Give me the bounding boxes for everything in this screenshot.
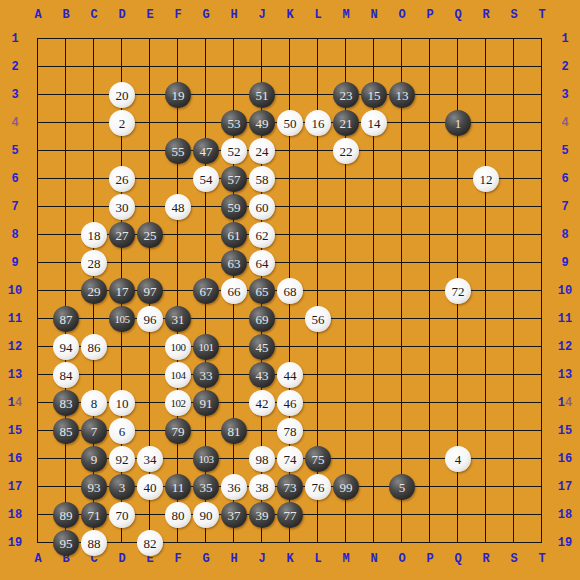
stone-black-93[interactable]: 93 bbox=[81, 474, 107, 500]
intersection-K14[interactable]: 46 bbox=[276, 389, 304, 417]
stone-black-11[interactable]: 11 bbox=[165, 474, 191, 500]
intersection-T17[interactable] bbox=[528, 473, 556, 501]
intersection-F5[interactable]: 55 bbox=[164, 137, 192, 165]
intersection-M7[interactable] bbox=[332, 193, 360, 221]
intersection-A8[interactable] bbox=[24, 221, 52, 249]
intersection-N13[interactable] bbox=[360, 361, 388, 389]
intersection-R13[interactable] bbox=[472, 361, 500, 389]
intersection-J14[interactable]: 42 bbox=[248, 389, 276, 417]
intersection-A10[interactable] bbox=[24, 277, 52, 305]
intersection-K8[interactable] bbox=[276, 221, 304, 249]
intersection-O14[interactable] bbox=[388, 389, 416, 417]
stone-black-27[interactable]: 27 bbox=[109, 222, 135, 248]
intersection-S10[interactable] bbox=[500, 277, 528, 305]
intersection-C8[interactable]: 18 bbox=[80, 221, 108, 249]
intersection-T10[interactable] bbox=[528, 277, 556, 305]
stone-black-67[interactable]: 67 bbox=[193, 278, 219, 304]
stone-black-43[interactable]: 43 bbox=[249, 362, 275, 388]
intersection-P4[interactable] bbox=[416, 109, 444, 137]
intersection-F18[interactable]: 80 bbox=[164, 501, 192, 529]
intersection-G7[interactable] bbox=[192, 193, 220, 221]
intersection-K11[interactable] bbox=[276, 305, 304, 333]
intersection-M4[interactable]: 21 bbox=[332, 109, 360, 137]
intersection-A3[interactable] bbox=[24, 81, 52, 109]
intersection-D12[interactable] bbox=[108, 333, 136, 361]
stone-black-79[interactable]: 79 bbox=[165, 418, 191, 444]
stone-white-98[interactable]: 98 bbox=[249, 446, 275, 472]
stone-black-13[interactable]: 13 bbox=[389, 82, 415, 108]
intersection-R1[interactable] bbox=[472, 25, 500, 53]
stone-black-77[interactable]: 77 bbox=[277, 502, 303, 528]
intersection-E1[interactable] bbox=[136, 25, 164, 53]
stone-black-31[interactable]: 31 bbox=[165, 306, 191, 332]
intersection-G13[interactable]: 33 bbox=[192, 361, 220, 389]
intersection-N7[interactable] bbox=[360, 193, 388, 221]
intersection-G6[interactable]: 54 bbox=[192, 165, 220, 193]
intersection-L5[interactable] bbox=[304, 137, 332, 165]
intersection-G5[interactable]: 47 bbox=[192, 137, 220, 165]
intersection-Q15[interactable] bbox=[444, 417, 472, 445]
intersection-E11[interactable]: 96 bbox=[136, 305, 164, 333]
stone-black-63[interactable]: 63 bbox=[221, 250, 247, 276]
intersection-R18[interactable] bbox=[472, 501, 500, 529]
intersection-M18[interactable] bbox=[332, 501, 360, 529]
intersection-G12[interactable]: 101 bbox=[192, 333, 220, 361]
intersection-P15[interactable] bbox=[416, 417, 444, 445]
intersection-O12[interactable] bbox=[388, 333, 416, 361]
intersection-T6[interactable] bbox=[528, 165, 556, 193]
stone-black-51[interactable]: 51 bbox=[249, 82, 275, 108]
intersection-N14[interactable] bbox=[360, 389, 388, 417]
intersection-R4[interactable] bbox=[472, 109, 500, 137]
intersection-N9[interactable] bbox=[360, 249, 388, 277]
stone-white-22[interactable]: 22 bbox=[333, 138, 359, 164]
intersection-K7[interactable] bbox=[276, 193, 304, 221]
stone-white-96[interactable]: 96 bbox=[137, 306, 163, 332]
intersection-E19[interactable]: 82 bbox=[136, 529, 164, 557]
stone-white-2[interactable]: 2 bbox=[109, 110, 135, 136]
intersection-B6[interactable] bbox=[52, 165, 80, 193]
intersection-G15[interactable] bbox=[192, 417, 220, 445]
stone-white-10[interactable]: 10 bbox=[109, 390, 135, 416]
stone-white-40[interactable]: 40 bbox=[137, 474, 163, 500]
intersection-J4[interactable]: 49 bbox=[248, 109, 276, 137]
intersection-D5[interactable] bbox=[108, 137, 136, 165]
stone-white-42[interactable]: 42 bbox=[249, 390, 275, 416]
intersection-L9[interactable] bbox=[304, 249, 332, 277]
intersection-E2[interactable] bbox=[136, 53, 164, 81]
intersection-E18[interactable] bbox=[136, 501, 164, 529]
intersection-H2[interactable] bbox=[220, 53, 248, 81]
stone-white-20[interactable]: 20 bbox=[109, 82, 135, 108]
intersection-K18[interactable]: 77 bbox=[276, 501, 304, 529]
intersection-T5[interactable] bbox=[528, 137, 556, 165]
intersection-T11[interactable] bbox=[528, 305, 556, 333]
intersection-M6[interactable] bbox=[332, 165, 360, 193]
intersection-O17[interactable]: 5 bbox=[388, 473, 416, 501]
stone-white-88[interactable]: 88 bbox=[81, 530, 107, 556]
intersection-D2[interactable] bbox=[108, 53, 136, 81]
stone-white-16[interactable]: 16 bbox=[305, 110, 331, 136]
intersection-Q9[interactable] bbox=[444, 249, 472, 277]
stone-white-34[interactable]: 34 bbox=[137, 446, 163, 472]
intersection-J11[interactable]: 69 bbox=[248, 305, 276, 333]
stone-black-9[interactable]: 9 bbox=[81, 446, 107, 472]
intersection-H15[interactable]: 81 bbox=[220, 417, 248, 445]
intersection-M16[interactable] bbox=[332, 445, 360, 473]
stone-black-33[interactable]: 33 bbox=[193, 362, 219, 388]
intersection-T2[interactable] bbox=[528, 53, 556, 81]
intersection-F8[interactable] bbox=[164, 221, 192, 249]
intersection-S12[interactable] bbox=[500, 333, 528, 361]
intersection-P8[interactable] bbox=[416, 221, 444, 249]
intersection-E9[interactable] bbox=[136, 249, 164, 277]
intersection-A5[interactable] bbox=[24, 137, 52, 165]
stone-white-74[interactable]: 74 bbox=[277, 446, 303, 472]
intersection-F6[interactable] bbox=[164, 165, 192, 193]
intersection-C10[interactable]: 29 bbox=[80, 277, 108, 305]
intersection-N15[interactable] bbox=[360, 417, 388, 445]
intersection-R17[interactable] bbox=[472, 473, 500, 501]
intersection-A13[interactable] bbox=[24, 361, 52, 389]
stone-black-105[interactable]: 105 bbox=[109, 306, 135, 332]
intersection-A18[interactable] bbox=[24, 501, 52, 529]
intersection-T13[interactable] bbox=[528, 361, 556, 389]
intersection-P7[interactable] bbox=[416, 193, 444, 221]
intersection-N8[interactable] bbox=[360, 221, 388, 249]
intersection-M3[interactable]: 23 bbox=[332, 81, 360, 109]
intersection-C14[interactable]: 8 bbox=[80, 389, 108, 417]
intersection-E16[interactable]: 34 bbox=[136, 445, 164, 473]
intersection-Q4[interactable]: 1 bbox=[444, 109, 472, 137]
intersection-G16[interactable]: 103 bbox=[192, 445, 220, 473]
intersection-C16[interactable]: 9 bbox=[80, 445, 108, 473]
intersection-K2[interactable] bbox=[276, 53, 304, 81]
intersection-J17[interactable]: 38 bbox=[248, 473, 276, 501]
intersection-T14[interactable] bbox=[528, 389, 556, 417]
stone-black-1[interactable]: 1 bbox=[445, 110, 471, 136]
intersection-O18[interactable] bbox=[388, 501, 416, 529]
intersection-P13[interactable] bbox=[416, 361, 444, 389]
intersection-S7[interactable] bbox=[500, 193, 528, 221]
intersection-J13[interactable]: 43 bbox=[248, 361, 276, 389]
intersection-B7[interactable] bbox=[52, 193, 80, 221]
intersection-K10[interactable]: 68 bbox=[276, 277, 304, 305]
intersection-D10[interactable]: 17 bbox=[108, 277, 136, 305]
stone-white-102[interactable]: 102 bbox=[165, 390, 191, 416]
intersection-Q12[interactable] bbox=[444, 333, 472, 361]
stone-white-12[interactable]: 12 bbox=[473, 166, 499, 192]
intersection-P3[interactable] bbox=[416, 81, 444, 109]
intersection-R10[interactable] bbox=[472, 277, 500, 305]
intersection-H13[interactable] bbox=[220, 361, 248, 389]
intersection-G2[interactable] bbox=[192, 53, 220, 81]
intersection-K13[interactable]: 44 bbox=[276, 361, 304, 389]
intersection-F4[interactable] bbox=[164, 109, 192, 137]
intersection-F10[interactable] bbox=[164, 277, 192, 305]
intersection-T1[interactable] bbox=[528, 25, 556, 53]
intersection-S2[interactable] bbox=[500, 53, 528, 81]
stone-black-101[interactable]: 101 bbox=[193, 334, 219, 360]
intersection-M14[interactable] bbox=[332, 389, 360, 417]
intersection-M15[interactable] bbox=[332, 417, 360, 445]
intersection-N6[interactable] bbox=[360, 165, 388, 193]
intersection-L17[interactable]: 76 bbox=[304, 473, 332, 501]
intersection-P10[interactable] bbox=[416, 277, 444, 305]
intersection-L1[interactable] bbox=[304, 25, 332, 53]
stone-white-72[interactable]: 72 bbox=[445, 278, 471, 304]
intersection-O15[interactable] bbox=[388, 417, 416, 445]
stone-black-85[interactable]: 85 bbox=[53, 418, 79, 444]
intersection-N18[interactable] bbox=[360, 501, 388, 529]
intersection-E6[interactable] bbox=[136, 165, 164, 193]
intersection-Q8[interactable] bbox=[444, 221, 472, 249]
stone-black-103[interactable]: 103 bbox=[193, 446, 219, 472]
intersection-M2[interactable] bbox=[332, 53, 360, 81]
intersection-R3[interactable] bbox=[472, 81, 500, 109]
intersection-N16[interactable] bbox=[360, 445, 388, 473]
intersection-A11[interactable] bbox=[24, 305, 52, 333]
intersection-B1[interactable] bbox=[52, 25, 80, 53]
intersection-A16[interactable] bbox=[24, 445, 52, 473]
intersection-N3[interactable]: 15 bbox=[360, 81, 388, 109]
stone-white-80[interactable]: 80 bbox=[165, 502, 191, 528]
intersection-J9[interactable]: 64 bbox=[248, 249, 276, 277]
intersection-S11[interactable] bbox=[500, 305, 528, 333]
stone-black-97[interactable]: 97 bbox=[137, 278, 163, 304]
intersection-J7[interactable]: 60 bbox=[248, 193, 276, 221]
intersection-T3[interactable] bbox=[528, 81, 556, 109]
intersection-C1[interactable] bbox=[80, 25, 108, 53]
intersection-M11[interactable] bbox=[332, 305, 360, 333]
stone-white-62[interactable]: 62 bbox=[249, 222, 275, 248]
intersection-P1[interactable] bbox=[416, 25, 444, 53]
stone-black-89[interactable]: 89 bbox=[53, 502, 79, 528]
intersection-B5[interactable] bbox=[52, 137, 80, 165]
intersection-S15[interactable] bbox=[500, 417, 528, 445]
intersection-S8[interactable] bbox=[500, 221, 528, 249]
stone-white-14[interactable]: 14 bbox=[361, 110, 387, 136]
intersection-C2[interactable] bbox=[80, 53, 108, 81]
intersection-R11[interactable] bbox=[472, 305, 500, 333]
intersection-E3[interactable] bbox=[136, 81, 164, 109]
intersection-P12[interactable] bbox=[416, 333, 444, 361]
intersection-D11[interactable]: 105 bbox=[108, 305, 136, 333]
intersection-L16[interactable]: 75 bbox=[304, 445, 332, 473]
intersection-B18[interactable]: 89 bbox=[52, 501, 80, 529]
intersection-D16[interactable]: 92 bbox=[108, 445, 136, 473]
intersection-G18[interactable]: 90 bbox=[192, 501, 220, 529]
intersection-Q6[interactable] bbox=[444, 165, 472, 193]
intersection-S14[interactable] bbox=[500, 389, 528, 417]
intersection-C13[interactable] bbox=[80, 361, 108, 389]
intersection-O11[interactable] bbox=[388, 305, 416, 333]
stone-white-30[interactable]: 30 bbox=[109, 194, 135, 220]
stone-white-92[interactable]: 92 bbox=[109, 446, 135, 472]
intersection-T7[interactable] bbox=[528, 193, 556, 221]
intersection-K12[interactable] bbox=[276, 333, 304, 361]
intersection-L8[interactable] bbox=[304, 221, 332, 249]
intersection-D6[interactable]: 26 bbox=[108, 165, 136, 193]
intersection-C15[interactable]: 7 bbox=[80, 417, 108, 445]
intersection-F12[interactable]: 100 bbox=[164, 333, 192, 361]
intersection-D8[interactable]: 27 bbox=[108, 221, 136, 249]
stone-white-18[interactable]: 18 bbox=[81, 222, 107, 248]
intersection-H12[interactable] bbox=[220, 333, 248, 361]
intersection-Q5[interactable] bbox=[444, 137, 472, 165]
intersection-K6[interactable] bbox=[276, 165, 304, 193]
intersection-O4[interactable] bbox=[388, 109, 416, 137]
stone-black-59[interactable]: 59 bbox=[221, 194, 247, 220]
intersection-B11[interactable]: 87 bbox=[52, 305, 80, 333]
intersection-L15[interactable] bbox=[304, 417, 332, 445]
intersection-G17[interactable]: 35 bbox=[192, 473, 220, 501]
intersection-E17[interactable]: 40 bbox=[136, 473, 164, 501]
intersection-J3[interactable]: 51 bbox=[248, 81, 276, 109]
intersection-N2[interactable] bbox=[360, 53, 388, 81]
intersection-C6[interactable] bbox=[80, 165, 108, 193]
intersection-R14[interactable] bbox=[472, 389, 500, 417]
intersection-N5[interactable] bbox=[360, 137, 388, 165]
intersection-B3[interactable] bbox=[52, 81, 80, 109]
intersection-H11[interactable] bbox=[220, 305, 248, 333]
intersection-C5[interactable] bbox=[80, 137, 108, 165]
stone-white-64[interactable]: 64 bbox=[249, 250, 275, 276]
intersection-J15[interactable] bbox=[248, 417, 276, 445]
stone-black-19[interactable]: 19 bbox=[165, 82, 191, 108]
intersection-O10[interactable] bbox=[388, 277, 416, 305]
stone-black-57[interactable]: 57 bbox=[221, 166, 247, 192]
intersection-E8[interactable]: 25 bbox=[136, 221, 164, 249]
stone-black-17[interactable]: 17 bbox=[109, 278, 135, 304]
stone-black-37[interactable]: 37 bbox=[221, 502, 247, 528]
intersection-Q11[interactable] bbox=[444, 305, 472, 333]
intersection-S6[interactable] bbox=[500, 165, 528, 193]
intersection-E5[interactable] bbox=[136, 137, 164, 165]
intersection-O1[interactable] bbox=[388, 25, 416, 53]
intersection-D3[interactable]: 20 bbox=[108, 81, 136, 109]
intersection-C12[interactable]: 86 bbox=[80, 333, 108, 361]
intersection-A9[interactable] bbox=[24, 249, 52, 277]
intersection-J12[interactable]: 45 bbox=[248, 333, 276, 361]
intersection-Q1[interactable] bbox=[444, 25, 472, 53]
stone-white-46[interactable]: 46 bbox=[277, 390, 303, 416]
intersection-P9[interactable] bbox=[416, 249, 444, 277]
intersection-J10[interactable]: 65 bbox=[248, 277, 276, 305]
stone-black-91[interactable]: 91 bbox=[193, 390, 219, 416]
stone-black-81[interactable]: 81 bbox=[221, 418, 247, 444]
intersection-B17[interactable] bbox=[52, 473, 80, 501]
stone-black-87[interactable]: 87 bbox=[53, 306, 79, 332]
intersection-K5[interactable] bbox=[276, 137, 304, 165]
intersection-Q3[interactable] bbox=[444, 81, 472, 109]
intersection-N1[interactable] bbox=[360, 25, 388, 53]
intersection-F17[interactable]: 11 bbox=[164, 473, 192, 501]
intersection-Q14[interactable] bbox=[444, 389, 472, 417]
intersection-L4[interactable]: 16 bbox=[304, 109, 332, 137]
intersection-G8[interactable] bbox=[192, 221, 220, 249]
intersection-E15[interactable] bbox=[136, 417, 164, 445]
intersection-Q16[interactable]: 4 bbox=[444, 445, 472, 473]
stone-black-15[interactable]: 15 bbox=[361, 82, 387, 108]
intersection-H3[interactable] bbox=[220, 81, 248, 109]
intersection-L13[interactable] bbox=[304, 361, 332, 389]
intersection-K4[interactable]: 50 bbox=[276, 109, 304, 137]
intersection-L11[interactable]: 56 bbox=[304, 305, 332, 333]
stone-black-47[interactable]: 47 bbox=[193, 138, 219, 164]
intersection-D18[interactable]: 70 bbox=[108, 501, 136, 529]
intersection-S17[interactable] bbox=[500, 473, 528, 501]
intersection-T15[interactable] bbox=[528, 417, 556, 445]
intersection-K9[interactable] bbox=[276, 249, 304, 277]
intersection-P11[interactable] bbox=[416, 305, 444, 333]
intersection-L7[interactable] bbox=[304, 193, 332, 221]
intersection-C4[interactable] bbox=[80, 109, 108, 137]
intersection-L10[interactable] bbox=[304, 277, 332, 305]
intersection-F3[interactable]: 19 bbox=[164, 81, 192, 109]
intersection-J5[interactable]: 24 bbox=[248, 137, 276, 165]
stone-black-61[interactable]: 61 bbox=[221, 222, 247, 248]
intersection-A12[interactable] bbox=[24, 333, 52, 361]
intersection-R15[interactable] bbox=[472, 417, 500, 445]
intersection-P18[interactable] bbox=[416, 501, 444, 529]
intersection-M13[interactable] bbox=[332, 361, 360, 389]
intersection-D7[interactable]: 30 bbox=[108, 193, 136, 221]
intersection-M12[interactable] bbox=[332, 333, 360, 361]
intersection-A2[interactable] bbox=[24, 53, 52, 81]
intersection-C7[interactable] bbox=[80, 193, 108, 221]
intersection-A6[interactable] bbox=[24, 165, 52, 193]
intersection-F1[interactable] bbox=[164, 25, 192, 53]
intersection-O13[interactable] bbox=[388, 361, 416, 389]
stone-black-35[interactable]: 35 bbox=[193, 474, 219, 500]
intersection-J1[interactable] bbox=[248, 25, 276, 53]
intersection-D13[interactable] bbox=[108, 361, 136, 389]
intersection-L14[interactable] bbox=[304, 389, 332, 417]
stone-white-70[interactable]: 70 bbox=[109, 502, 135, 528]
intersection-F14[interactable]: 102 bbox=[164, 389, 192, 417]
stone-black-45[interactable]: 45 bbox=[249, 334, 275, 360]
intersection-H9[interactable]: 63 bbox=[220, 249, 248, 277]
intersection-K3[interactable] bbox=[276, 81, 304, 109]
stone-black-73[interactable]: 73 bbox=[277, 474, 303, 500]
intersection-M9[interactable] bbox=[332, 249, 360, 277]
stone-white-56[interactable]: 56 bbox=[305, 306, 331, 332]
intersection-E10[interactable]: 97 bbox=[136, 277, 164, 305]
stone-white-66[interactable]: 66 bbox=[221, 278, 247, 304]
intersection-J16[interactable]: 98 bbox=[248, 445, 276, 473]
intersection-R5[interactable] bbox=[472, 137, 500, 165]
stone-white-84[interactable]: 84 bbox=[53, 362, 79, 388]
intersection-T9[interactable] bbox=[528, 249, 556, 277]
intersection-L6[interactable] bbox=[304, 165, 332, 193]
stone-white-52[interactable]: 52 bbox=[221, 138, 247, 164]
intersection-D15[interactable]: 6 bbox=[108, 417, 136, 445]
intersection-F11[interactable]: 31 bbox=[164, 305, 192, 333]
intersection-B12[interactable]: 94 bbox=[52, 333, 80, 361]
stone-white-94[interactable]: 94 bbox=[53, 334, 79, 360]
intersection-M1[interactable] bbox=[332, 25, 360, 53]
stone-black-3[interactable]: 3 bbox=[109, 474, 135, 500]
intersection-B8[interactable] bbox=[52, 221, 80, 249]
stone-white-28[interactable]: 28 bbox=[81, 250, 107, 276]
intersection-Q13[interactable] bbox=[444, 361, 472, 389]
intersection-A14[interactable] bbox=[24, 389, 52, 417]
stone-white-90[interactable]: 90 bbox=[193, 502, 219, 528]
intersection-B9[interactable] bbox=[52, 249, 80, 277]
intersection-N12[interactable] bbox=[360, 333, 388, 361]
intersection-L2[interactable] bbox=[304, 53, 332, 81]
